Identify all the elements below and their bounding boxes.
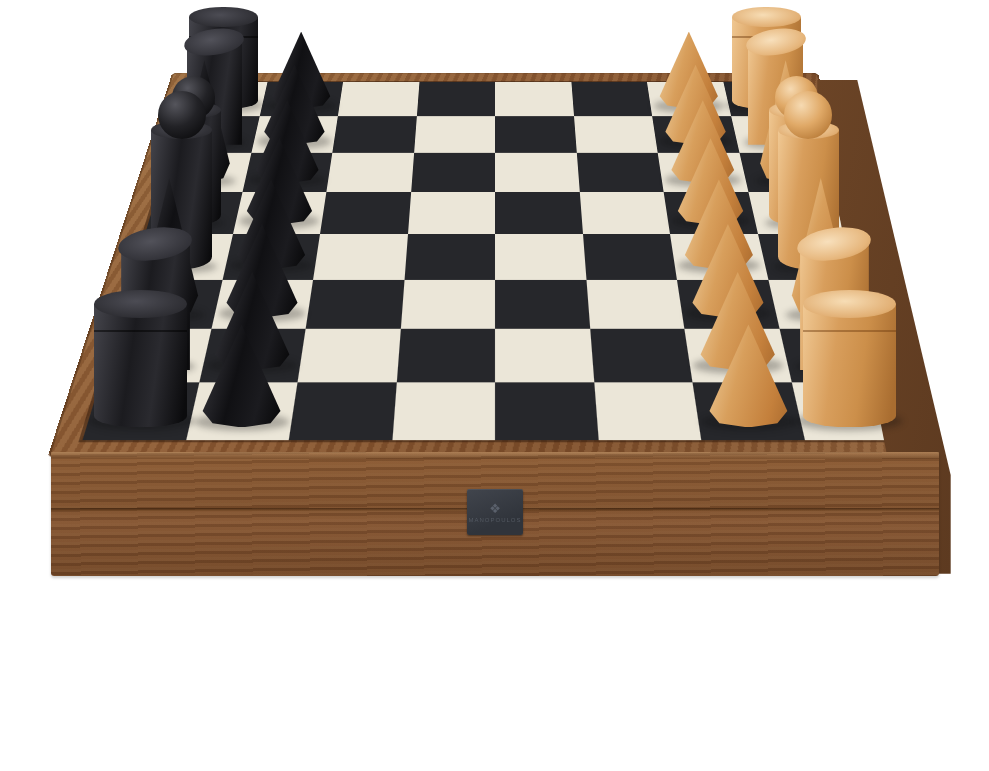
square-d5[interactable] [408, 192, 496, 234]
square-b8[interactable] [170, 116, 260, 153]
square-d6[interactable] [320, 192, 411, 234]
square-g4[interactable] [495, 329, 594, 382]
square-b5[interactable] [414, 116, 495, 153]
square-b4[interactable] [495, 116, 576, 153]
square-g7[interactable] [199, 329, 306, 382]
square-g6[interactable] [298, 329, 401, 382]
square-e2[interactable] [670, 234, 768, 279]
wooden-rim [47, 73, 942, 458]
square-a6[interactable] [338, 82, 419, 116]
square-a1[interactable] [723, 82, 809, 116]
box-lid-edge [51, 452, 938, 459]
square-b7[interactable] [251, 116, 338, 153]
square-c2[interactable] [658, 153, 748, 192]
square-e6[interactable] [313, 234, 407, 279]
square-f7[interactable] [211, 279, 313, 328]
square-h5[interactable] [392, 382, 495, 440]
square-h6[interactable] [289, 382, 397, 440]
square-a7[interactable] [259, 82, 343, 116]
square-c1[interactable] [739, 153, 832, 192]
square-c6[interactable] [326, 153, 413, 192]
square-a4[interactable] [495, 82, 574, 116]
square-f3[interactable] [586, 279, 684, 328]
square-a5[interactable] [416, 82, 495, 116]
square-g2[interactable] [684, 329, 791, 382]
square-e5[interactable] [404, 234, 495, 279]
square-c7[interactable] [242, 153, 332, 192]
photo-background: ❖ MANOPOULOS [0, 0, 989, 771]
square-g8[interactable] [100, 329, 211, 382]
square-h4[interactable] [495, 382, 598, 440]
square-h3[interactable] [594, 382, 702, 440]
square-f2[interactable] [677, 279, 779, 328]
square-c4[interactable] [495, 153, 579, 192]
square-f6[interactable] [306, 279, 404, 328]
square-d1[interactable] [748, 192, 845, 234]
square-b2[interactable] [652, 116, 739, 153]
square-d8[interactable] [145, 192, 242, 234]
box-front-face: ❖ MANOPOULOS [51, 452, 938, 576]
square-b3[interactable] [574, 116, 658, 153]
square-e1[interactable] [758, 234, 859, 279]
square-f5[interactable] [400, 279, 495, 328]
square-g5[interactable] [396, 329, 495, 382]
brand-name-label: MANOPOULOS [468, 517, 521, 523]
square-c8[interactable] [158, 153, 251, 192]
square-e3[interactable] [583, 234, 677, 279]
board-3d-plane [47, 73, 942, 458]
square-d4[interactable] [495, 192, 583, 234]
square-e7[interactable] [222, 234, 320, 279]
square-d3[interactable] [579, 192, 670, 234]
square-e8[interactable] [131, 234, 232, 279]
square-g3[interactable] [590, 329, 693, 382]
square-b6[interactable] [332, 116, 416, 153]
chess-board [82, 82, 907, 440]
brand-logo-icon: ❖ [489, 502, 501, 515]
clasp-tab: ❖ MANOPOULOS [467, 489, 523, 535]
square-f4[interactable] [495, 279, 590, 328]
square-h2[interactable] [692, 382, 804, 440]
square-c3[interactable] [576, 153, 663, 192]
square-d7[interactable] [233, 192, 327, 234]
square-h7[interactable] [186, 382, 298, 440]
square-a3[interactable] [571, 82, 652, 116]
square-d2[interactable] [664, 192, 758, 234]
square-a2[interactable] [647, 82, 731, 116]
square-b1[interactable] [731, 116, 821, 153]
square-f8[interactable] [116, 279, 222, 328]
square-h8[interactable] [82, 382, 198, 440]
square-c5[interactable] [411, 153, 495, 192]
square-a8[interactable] [181, 82, 267, 116]
square-e4[interactable] [495, 234, 586, 279]
